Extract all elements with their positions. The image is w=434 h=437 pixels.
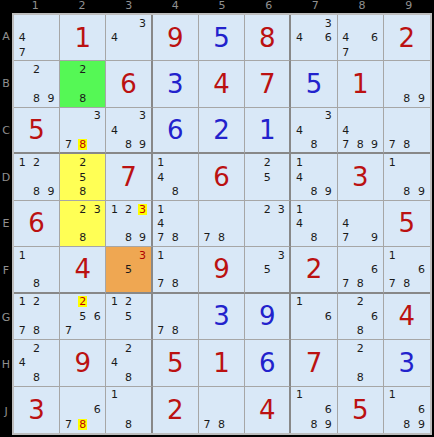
- candidate-9: 9: [325, 186, 332, 197]
- row-label-J: J: [0, 388, 12, 435]
- candidate-slot-3: [321, 295, 335, 309]
- candidate-slot-6: [274, 262, 288, 276]
- candidate-slot-2: 2: [76, 295, 90, 309]
- candidate-slot-9: [136, 45, 150, 59]
- candidate-slot-6: 6: [367, 30, 381, 44]
- candidate-8: 8: [403, 139, 410, 150]
- candidate-slot-1: [107, 341, 121, 355]
- candidate-slot-2: 2: [76, 155, 90, 169]
- cell-E5[interactable]: 78: [199, 201, 245, 247]
- candidate-slot-1: 1: [385, 155, 400, 169]
- candidate-7: 7: [389, 139, 396, 150]
- candidate-slot-4: [107, 402, 121, 417]
- cell-B3[interactable]: 6: [106, 61, 152, 107]
- candidate-slot-3: 3: [90, 202, 104, 216]
- cell-D6[interactable]: 25: [245, 154, 291, 200]
- row-label-G: G: [0, 294, 12, 341]
- candidate-grid: 16: [292, 295, 335, 338]
- candidate-slot-3: 3: [274, 248, 288, 262]
- candidate-4: 4: [342, 218, 349, 229]
- candidate-grid: 89: [385, 62, 429, 105]
- candidate-slot-5: [307, 309, 321, 323]
- candidate-4: 4: [157, 172, 164, 183]
- candidate-slot-1: 1: [292, 202, 306, 216]
- cell-H5[interactable]: 1: [199, 340, 245, 386]
- candidate-slot-9: [182, 277, 196, 291]
- candidate-slot-9: 9: [44, 91, 58, 105]
- candidate-slot-8: 8: [214, 231, 228, 245]
- given-digit: 1: [338, 61, 383, 106]
- candidate-slot-3: [182, 155, 196, 169]
- candidate-slot-7: 7: [154, 324, 168, 338]
- cell-G5[interactable]: 3: [199, 294, 245, 340]
- candidate-6: 6: [371, 264, 378, 275]
- candidate-slot-7: [107, 417, 121, 432]
- sudoku-app: 123456789 ABCDEFGHJ 47134958346467228928…: [0, 0, 434, 437]
- candidate-slot-3: [321, 202, 335, 216]
- column-labels: 123456789: [12, 0, 432, 13]
- candidate-slot-1: 1: [107, 295, 121, 309]
- cell-J6[interactable]: 4: [245, 387, 291, 433]
- candidate-slot-3: [44, 295, 58, 309]
- candidate-grid: 18: [107, 388, 149, 432]
- candidate-slot-8: 8: [76, 231, 90, 245]
- cell-E6[interactable]: 23: [245, 201, 291, 247]
- cell-H8[interactable]: 28: [338, 340, 384, 386]
- candidate-grid: 678: [61, 388, 104, 432]
- cell-A1[interactable]: 47: [14, 15, 60, 61]
- given-digit: 4: [384, 294, 430, 339]
- candidate-4: 4: [342, 125, 349, 136]
- cell-E3[interactable]: 12389: [106, 201, 152, 247]
- candidate-5: 5: [125, 264, 132, 275]
- candidate-slot-2: [353, 16, 367, 30]
- cell-B4[interactable]: 3: [153, 61, 199, 107]
- candidate-slot-2: 2: [260, 155, 274, 169]
- candidate-slot-1: 1: [15, 295, 29, 309]
- candidate-slot-7: 7: [339, 137, 353, 151]
- cell-A9[interactable]: 2: [384, 15, 430, 61]
- candidate-slot-6: 6: [90, 309, 104, 323]
- cell-C9[interactable]: 78: [384, 108, 430, 154]
- sudoku-board: 4713495834646722892863475189537834896213…: [12, 13, 432, 435]
- cell-D1[interactable]: 1289: [14, 154, 60, 200]
- candidate-1: 1: [19, 250, 26, 261]
- candidate-slot-7: [292, 137, 306, 151]
- candidate-slot-2: [122, 388, 136, 403]
- candidate-slot-2: [353, 202, 367, 216]
- candidate-slot-9: [136, 324, 150, 338]
- candidate-slot-2: [307, 109, 321, 123]
- candidate-slot-3: 3: [274, 202, 288, 216]
- candidate-slot-7: [61, 231, 75, 245]
- candidate-slot-8: 8: [307, 137, 321, 151]
- cell-A2[interactable]: 1: [60, 15, 106, 61]
- cell-D8[interactable]: 3: [338, 154, 384, 200]
- candidate-slot-8: 8: [76, 417, 90, 432]
- candidate-slot-4: [246, 170, 260, 184]
- cell-E1[interactable]: 6: [14, 201, 60, 247]
- candidate-slot-9: [90, 231, 104, 245]
- cell-A4[interactable]: 9: [153, 15, 199, 61]
- candidate-8: 8: [79, 93, 86, 104]
- cell-F5[interactable]: 9: [199, 247, 245, 293]
- given-digit: 9: [153, 15, 198, 60]
- candidate-slot-2: [122, 109, 136, 123]
- given-digit: 8: [245, 15, 289, 60]
- candidate-slot-3: [229, 388, 243, 403]
- candidate-slot-9: [274, 231, 288, 245]
- cell-G1[interactable]: 1278: [14, 294, 60, 340]
- candidate-9: 9: [48, 186, 55, 197]
- cell-D2[interactable]: 258: [60, 154, 106, 200]
- candidate-slot-4: 4: [292, 123, 306, 137]
- candidate-9: 9: [418, 93, 425, 104]
- candidate-slot-5: 5: [260, 170, 274, 184]
- candidate-slot-1: 1: [15, 155, 29, 169]
- solved-digit: 3: [384, 340, 430, 385]
- candidate-slot-2: [307, 16, 321, 30]
- cell-A5[interactable]: 5: [199, 15, 245, 61]
- candidate-slot-6: [367, 216, 381, 230]
- given-digit: 5: [153, 340, 198, 385]
- cell-J8[interactable]: 5: [338, 387, 384, 433]
- candidate-4: 4: [19, 32, 26, 43]
- candidate-slot-7: [15, 277, 29, 291]
- cell-F2[interactable]: 4: [60, 247, 106, 293]
- cell-D5[interactable]: 6: [199, 154, 245, 200]
- candidate-slot-8: 8: [168, 184, 182, 198]
- cell-G6[interactable]: 9: [245, 294, 291, 340]
- candidate-slot-1: [200, 202, 214, 216]
- cell-F6[interactable]: 35: [245, 247, 291, 293]
- candidate-slot-2: 2: [29, 295, 43, 309]
- candidate-slot-9: [44, 45, 58, 59]
- cell-G2[interactable]: 2567: [60, 294, 106, 340]
- candidate-grid: 467: [339, 16, 382, 59]
- candidate-slot-3: [44, 248, 58, 262]
- cell-G9[interactable]: 4: [384, 294, 430, 340]
- candidate-3: 3: [139, 250, 146, 261]
- given-digit: 3: [338, 154, 383, 199]
- candidate-slot-6: [414, 77, 429, 91]
- row-labels: ABCDEFGHJ: [0, 13, 12, 435]
- candidate-slot-8: 8: [76, 184, 90, 198]
- candidate-7: 7: [65, 139, 72, 150]
- candidate-slot-5: [122, 30, 136, 44]
- candidate-1: 1: [389, 250, 396, 261]
- candidate-7: 7: [204, 232, 211, 243]
- cell-D7[interactable]: 1489: [291, 154, 337, 200]
- cell-G7[interactable]: 16: [291, 294, 337, 340]
- candidate-slot-5: [76, 402, 90, 417]
- cell-F1[interactable]: 18: [14, 247, 60, 293]
- candidate-2: 2: [357, 296, 364, 307]
- candidate-slot-5: 5: [76, 309, 90, 323]
- cell-C6[interactable]: 1: [245, 108, 291, 154]
- candidate-slot-5: [76, 77, 90, 91]
- candidate-slot-6: [44, 356, 58, 370]
- candidate-4: 4: [111, 32, 118, 43]
- candidate-3: 3: [278, 250, 285, 261]
- cell-E7[interactable]: 148: [291, 201, 337, 247]
- candidate-2: 2: [33, 64, 40, 75]
- row-label-H: H: [0, 341, 12, 388]
- candidate-slot-1: [339, 109, 353, 123]
- candidate-grid: 248: [107, 341, 149, 384]
- cell-B7[interactable]: 5: [291, 61, 337, 107]
- candidate-slot-3: [367, 295, 381, 309]
- cell-B2[interactable]: 28: [60, 61, 106, 107]
- candidate-slot-5: [400, 262, 415, 276]
- candidate-slot-8: 8: [400, 137, 415, 151]
- candidate-slot-7: 7: [15, 324, 29, 338]
- cell-C5[interactable]: 2: [199, 108, 245, 154]
- candidate-2: 2: [33, 296, 40, 307]
- cell-F7[interactable]: 2: [291, 247, 337, 293]
- candidate-slot-9: 9: [367, 137, 381, 151]
- candidate-slot-5: [400, 123, 415, 137]
- candidate-slot-9: [321, 137, 335, 151]
- candidate-slot-8: 8: [168, 231, 182, 245]
- cell-H3[interactable]: 248: [106, 340, 152, 386]
- candidate-slot-9: [367, 324, 381, 338]
- cell-B1[interactable]: 289: [14, 61, 60, 107]
- candidate-1: 1: [19, 157, 26, 168]
- candidate-slot-2: [122, 16, 136, 30]
- candidate-slot-1: [339, 341, 353, 355]
- candidate-slot-6: [229, 216, 243, 230]
- cell-H7[interactable]: 7: [291, 340, 337, 386]
- candidate-slot-7: 7: [200, 231, 214, 245]
- candidate-2: 2: [78, 296, 87, 307]
- candidate-slot-6: [229, 402, 243, 417]
- row-label-D: D: [0, 154, 12, 201]
- candidate-4: 4: [296, 218, 303, 229]
- candidate-slot-4: [61, 216, 75, 230]
- cell-J9[interactable]: 1689: [384, 387, 430, 433]
- candidate-slot-5: [168, 170, 182, 184]
- candidate-9: 9: [139, 232, 146, 243]
- cell-F9[interactable]: 1678: [384, 247, 430, 293]
- candidate-slot-7: [292, 45, 306, 59]
- candidate-slot-8: [76, 324, 90, 338]
- candidate-slot-5: [76, 123, 90, 137]
- candidate-slot-3: 3: [90, 109, 104, 123]
- candidate-slot-5: [29, 262, 43, 276]
- candidate-slot-2: [400, 388, 415, 403]
- candidate-slot-5: [400, 77, 415, 91]
- candidate-slot-6: [182, 309, 196, 323]
- candidate-1: 1: [19, 296, 26, 307]
- candidate-slot-3: [414, 248, 429, 262]
- candidate-slot-6: [367, 123, 381, 137]
- cell-J2[interactable]: 678: [60, 387, 106, 433]
- candidate-slot-3: [367, 248, 381, 262]
- candidate-3: 3: [94, 110, 101, 121]
- candidate-slot-5: [29, 77, 43, 91]
- cell-F4[interactable]: 178: [153, 247, 199, 293]
- cell-A3[interactable]: 34: [106, 15, 152, 61]
- cell-J3[interactable]: 18: [106, 387, 152, 433]
- given-digit: 3: [14, 387, 59, 433]
- candidate-slot-5: 5: [122, 309, 136, 323]
- candidate-8: 8: [33, 372, 40, 383]
- candidate-slot-7: [107, 45, 121, 59]
- cell-E8[interactable]: 479: [338, 201, 384, 247]
- candidate-slot-8: 8: [400, 91, 415, 105]
- cell-D9[interactable]: 189: [384, 154, 430, 200]
- candidate-1: 1: [111, 296, 118, 307]
- candidate-slot-8: 8: [400, 417, 415, 432]
- candidate-slot-6: [90, 170, 104, 184]
- candidate-grid: 2567: [61, 295, 104, 338]
- cell-A7[interactable]: 346: [291, 15, 337, 61]
- cell-H9[interactable]: 3: [384, 340, 430, 386]
- candidate-slot-5: [168, 262, 182, 276]
- candidate-slot-7: [339, 324, 353, 338]
- candidate-slot-1: [15, 16, 29, 30]
- cell-C8[interactable]: 4789: [338, 108, 384, 154]
- cell-G8[interactable]: 268: [338, 294, 384, 340]
- cell-B9[interactable]: 89: [384, 61, 430, 107]
- candidate-slot-8: [29, 45, 43, 59]
- cell-D4[interactable]: 148: [153, 154, 199, 200]
- candidate-slot-4: 4: [339, 123, 353, 137]
- candidate-slot-1: [246, 248, 260, 262]
- cell-J1[interactable]: 3: [14, 387, 60, 433]
- cell-J5[interactable]: 78: [199, 387, 245, 433]
- candidate-slot-3: [44, 155, 58, 169]
- candidate-slot-9: 9: [414, 184, 429, 198]
- cell-F3[interactable]: 35: [106, 247, 152, 293]
- candidate-slot-8: 8: [122, 231, 136, 245]
- cell-J4[interactable]: 2: [153, 387, 199, 433]
- candidate-5: 5: [264, 172, 271, 183]
- candidate-slot-4: 4: [107, 356, 121, 370]
- candidate-slot-1: [15, 341, 29, 355]
- candidate-6: 6: [371, 32, 378, 43]
- cell-A8[interactable]: 467: [338, 15, 384, 61]
- candidate-slot-1: [292, 16, 306, 30]
- cell-E2[interactable]: 238: [60, 201, 106, 247]
- candidate-slot-7: 7: [61, 324, 75, 338]
- cell-B6[interactable]: 7: [245, 61, 291, 107]
- candidate-5: 5: [79, 311, 86, 322]
- candidate-slot-1: [61, 109, 75, 123]
- candidate-slot-1: [107, 109, 121, 123]
- cell-B5[interactable]: 4: [199, 61, 245, 107]
- cell-C3[interactable]: 3489: [106, 108, 152, 154]
- candidate-8: 8: [79, 232, 86, 243]
- candidate-5: 5: [79, 172, 86, 183]
- candidate-slot-8: 8: [353, 137, 367, 151]
- candidate-slot-9: [229, 417, 243, 432]
- candidate-slot-8: [353, 231, 367, 245]
- candidate-grid: 78: [385, 109, 429, 151]
- candidate-slot-7: [246, 184, 260, 198]
- candidate-7: 7: [65, 325, 72, 336]
- candidate-slot-7: [246, 231, 260, 245]
- candidate-slot-2: [353, 109, 367, 123]
- candidate-slot-6: [90, 123, 104, 137]
- candidate-slot-8: 8: [76, 137, 90, 151]
- candidate-7: 7: [389, 278, 396, 289]
- given-digit: 5: [384, 201, 430, 246]
- candidate-slot-4: 4: [292, 216, 306, 230]
- candidate-1: 1: [111, 204, 118, 215]
- row-label-A: A: [0, 13, 12, 60]
- cell-C2[interactable]: 378: [60, 108, 106, 154]
- cell-F8[interactable]: 678: [338, 247, 384, 293]
- candidate-slot-1: [61, 202, 75, 216]
- candidate-slot-8: [122, 277, 136, 291]
- candidate-7: 7: [157, 278, 164, 289]
- candidate-8: 8: [218, 419, 225, 430]
- candidate-grid: 3489: [107, 109, 149, 151]
- candidate-slot-3: [414, 388, 429, 403]
- candidate-grid: 1689: [385, 388, 429, 432]
- cell-C7[interactable]: 348: [291, 108, 337, 154]
- candidate-slot-9: [321, 231, 335, 245]
- cell-H2[interactable]: 9: [60, 340, 106, 386]
- candidate-grid: 348: [292, 109, 335, 151]
- candidate-slot-7: 7: [339, 277, 353, 291]
- cell-E9[interactable]: 5: [384, 201, 430, 247]
- candidate-slot-5: [307, 170, 321, 184]
- candidate-8: 8: [357, 278, 364, 289]
- candidate-3: 3: [325, 18, 332, 29]
- given-digit: 6: [106, 61, 150, 106]
- candidate-slot-2: 2: [260, 202, 274, 216]
- candidate-3: 3: [278, 204, 285, 215]
- candidate-slot-8: 8: [122, 370, 136, 384]
- candidate-slot-6: [44, 30, 58, 44]
- candidate-slot-9: [90, 137, 104, 151]
- candidate-5: 5: [125, 311, 132, 322]
- cell-J7[interactable]: 1689: [291, 387, 337, 433]
- candidate-slot-5: [122, 356, 136, 370]
- candidate-slot-6: [44, 77, 58, 91]
- candidate-3: 3: [139, 18, 146, 29]
- cell-C1[interactable]: 5: [14, 108, 60, 154]
- candidate-slot-5: [400, 402, 415, 417]
- candidate-slot-2: 2: [76, 202, 90, 216]
- candidate-slot-8: 8: [214, 417, 228, 432]
- cell-H4[interactable]: 5: [153, 340, 199, 386]
- candidate-slot-1: 1: [107, 388, 121, 403]
- cell-H6[interactable]: 6: [245, 340, 291, 386]
- cell-C4[interactable]: 6: [153, 108, 199, 154]
- candidate-slot-3: [136, 388, 150, 403]
- cell-E4[interactable]: 1478: [153, 201, 199, 247]
- candidate-slot-5: [307, 123, 321, 137]
- candidate-slot-4: [292, 402, 306, 417]
- candidate-slot-6: [136, 262, 150, 276]
- candidate-slot-7: [61, 184, 75, 198]
- cell-B8[interactable]: 1: [338, 61, 384, 107]
- candidate-slot-5: [29, 309, 43, 323]
- candidate-slot-3: 3: [136, 16, 150, 30]
- candidate-slot-4: [200, 216, 214, 230]
- cell-D3[interactable]: 7: [106, 154, 152, 200]
- cell-G3[interactable]: 125: [106, 294, 152, 340]
- cell-H1[interactable]: 248: [14, 340, 60, 386]
- cell-A6[interactable]: 8: [245, 15, 291, 61]
- candidate-slot-5: [76, 216, 90, 230]
- cell-G4[interactable]: 78: [153, 294, 199, 340]
- candidate-grid: 268: [339, 295, 382, 338]
